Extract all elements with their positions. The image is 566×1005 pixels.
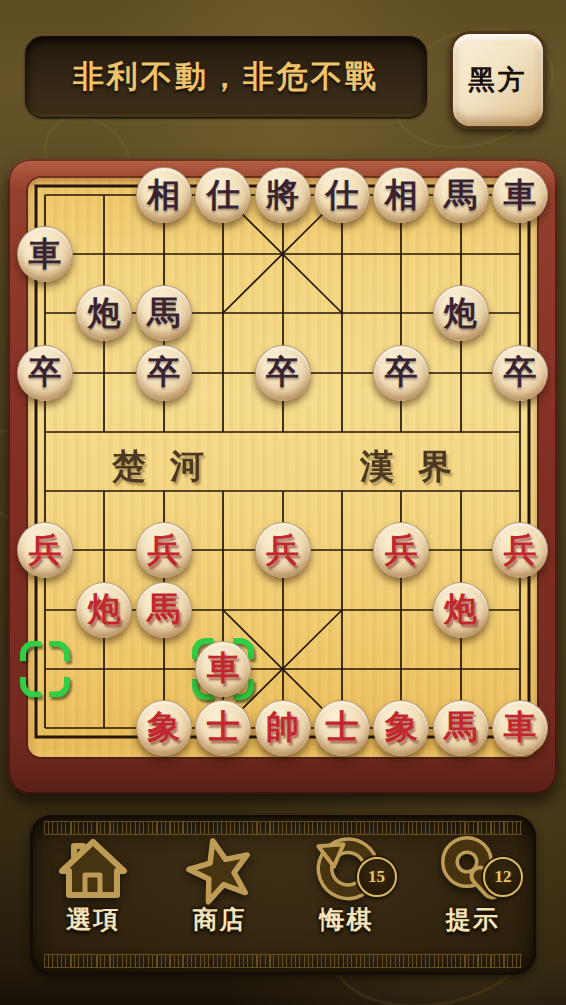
black-piece-相[interactable]: 相 [373, 167, 429, 223]
red-piece-士[interactable]: 士 [195, 700, 251, 756]
hint-button[interactable]: 12 提示 [410, 833, 537, 963]
red-piece-兵[interactable]: 兵 [373, 522, 429, 578]
black-piece-車[interactable]: 車 [492, 167, 548, 223]
red-piece-帥[interactable]: 帥 [255, 700, 311, 756]
red-piece-馬[interactable]: 馬 [136, 582, 192, 638]
quote-text: 非利不動，非危不戰 [73, 56, 379, 98]
undo-button[interactable]: 15 悔棋 [283, 833, 410, 963]
options-button[interactable]: 選項 [30, 833, 157, 963]
red-piece-兵[interactable]: 兵 [255, 522, 311, 578]
red-piece-車[interactable]: 車 [492, 700, 548, 756]
black-piece-卒[interactable]: 卒 [255, 345, 311, 401]
red-piece-兵[interactable]: 兵 [17, 522, 73, 578]
board-frame [8, 159, 557, 794]
turn-indicator-label: 黑方 [468, 62, 528, 98]
board-surface[interactable] [28, 178, 537, 757]
toolbar-items: 選項 商店 15 悔棋 [30, 833, 536, 963]
red-piece-象[interactable]: 象 [373, 700, 429, 756]
turn-indicator-button[interactable]: 黑方 [450, 31, 546, 129]
black-piece-卒[interactable]: 卒 [373, 345, 429, 401]
black-piece-卒[interactable]: 卒 [492, 345, 548, 401]
red-piece-炮[interactable]: 炮 [433, 582, 489, 638]
bottom-toolbar: 選項 商店 15 悔棋 [30, 815, 536, 975]
shop-button[interactable]: 商店 [157, 833, 284, 963]
red-piece-馬[interactable]: 馬 [433, 700, 489, 756]
options-label: 選項 [66, 903, 120, 936]
star-icon [181, 833, 259, 907]
hint-label: 提示 [446, 903, 500, 936]
shop-label: 商店 [193, 903, 247, 936]
black-piece-卒[interactable]: 卒 [136, 345, 192, 401]
red-piece-士[interactable]: 士 [314, 700, 370, 756]
undo-count-badge: 15 [357, 857, 397, 897]
black-piece-車[interactable]: 車 [17, 226, 73, 282]
xiangqi-app: { "game": "xiangqi", "header": { "quote"… [0, 0, 566, 1005]
red-piece-炮[interactable]: 炮 [76, 582, 132, 638]
black-piece-炮[interactable]: 炮 [76, 285, 132, 341]
black-piece-仕[interactable]: 仕 [314, 167, 370, 223]
black-piece-馬[interactable]: 馬 [136, 285, 192, 341]
black-piece-仕[interactable]: 仕 [195, 167, 251, 223]
black-piece-將[interactable]: 將 [255, 167, 311, 223]
red-piece-兵[interactable]: 兵 [492, 522, 548, 578]
red-piece-兵[interactable]: 兵 [136, 522, 192, 578]
red-piece-象[interactable]: 象 [136, 700, 192, 756]
black-piece-馬[interactable]: 馬 [433, 167, 489, 223]
black-piece-相[interactable]: 相 [136, 167, 192, 223]
black-piece-卒[interactable]: 卒 [17, 345, 73, 401]
quote-panel: 非利不動，非危不戰 [25, 36, 427, 118]
black-piece-炮[interactable]: 炮 [433, 285, 489, 341]
undo-label: 悔棋 [319, 903, 373, 936]
hint-count-badge: 12 [483, 857, 523, 897]
selected-red-piece-車[interactable]: 車 [195, 641, 251, 697]
home-icon [54, 833, 132, 907]
